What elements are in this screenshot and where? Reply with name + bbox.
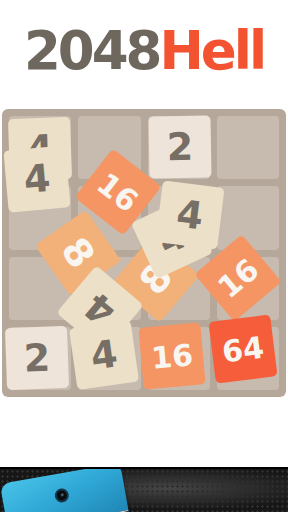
game-board[interactable]	[2, 109, 286, 397]
board-cell	[78, 186, 140, 249]
board-cell	[9, 327, 71, 390]
board-cell	[148, 327, 210, 390]
title-hell: Hell	[159, 20, 264, 81]
board-cell	[217, 116, 279, 179]
board-cell	[217, 257, 279, 320]
board-cell	[9, 116, 71, 179]
phone-camera-icon	[54, 487, 70, 503]
board-cell	[9, 257, 71, 320]
samsung-phone-image	[0, 467, 130, 512]
board-cell	[217, 327, 279, 390]
page-title: 2048Hell	[0, 22, 288, 80]
board-cell	[148, 116, 210, 179]
ad-banner[interactable]: NOWY Samsung GALAXY S5 Życie do potęgi p…	[0, 467, 288, 512]
board-cell	[148, 186, 210, 249]
board-cell	[9, 186, 71, 249]
board-cell	[78, 116, 140, 179]
board-cell	[217, 186, 279, 249]
board-cell	[78, 257, 140, 320]
board-cell	[148, 257, 210, 320]
board-cell	[78, 327, 140, 390]
title-2048: 2048	[24, 20, 160, 81]
